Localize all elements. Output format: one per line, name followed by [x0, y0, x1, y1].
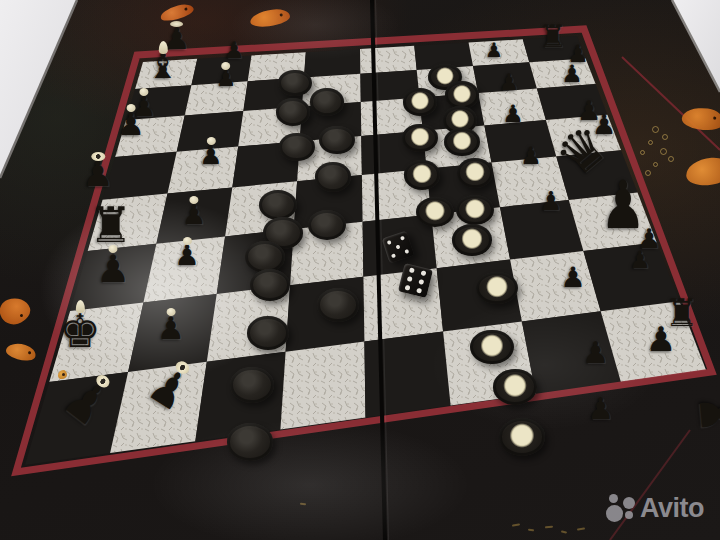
painted-bubble — [648, 140, 653, 145]
avito-watermark: Avito — [602, 492, 720, 534]
ivory-finial — [76, 300, 85, 313]
piece-glyph: ♟ — [224, 39, 245, 62]
piece-glyph: ♟ — [216, 67, 237, 90]
piece-glyph: ♟ — [174, 242, 199, 270]
pawn-piece[interactable]: ♟ — [560, 264, 585, 292]
ivory-finial — [166, 308, 175, 316]
bishop-piece[interactable]: ♝ — [147, 49, 178, 84]
checker-disc-dark-b2[interactable] — [247, 316, 290, 350]
checker-disc-dark-c5[interactable] — [279, 133, 315, 162]
painted-bubble — [645, 170, 651, 176]
piece-glyph: ♝ — [147, 49, 178, 84]
piece-glyph: ♟ — [157, 313, 185, 344]
fish-eye — [184, 7, 188, 11]
painted-bubble — [652, 126, 659, 133]
die-pip — [404, 284, 410, 290]
square-d1[interactable] — [280, 342, 365, 430]
checker-disc-dark-b3[interactable] — [245, 241, 285, 273]
checker-disc-ivory-g6[interactable] — [445, 81, 479, 108]
piece-glyph: ♟ — [588, 394, 615, 424]
pawn-piece[interactable]: ♟ — [646, 322, 676, 356]
piece-glyph: ♟ — [82, 157, 113, 192]
checker-disc-ivory-h1-margin[interactable] — [499, 418, 546, 455]
avito-watermark-text: Avito — [640, 493, 704, 524]
pawn-piece[interactable]: ♟ — [583, 338, 610, 368]
checker-disc-ivory-f3[interactable] — [452, 224, 491, 255]
square-e8[interactable] — [360, 46, 417, 74]
pawn-piece[interactable]: ♟ — [520, 144, 542, 168]
die-pip — [418, 279, 424, 285]
piece-glyph: ♟ — [646, 322, 676, 356]
fish-eye — [279, 13, 282, 16]
piece-glyph: ♟ — [117, 109, 145, 140]
square-d8[interactable] — [304, 49, 360, 78]
die-pip — [400, 235, 405, 240]
die-showing-6[interactable] — [397, 262, 432, 297]
piece-glyph: ♟ — [583, 338, 610, 368]
painted-bubble — [660, 148, 667, 155]
pawn-piece[interactable]: ♟ — [174, 242, 199, 270]
ivory-finial — [190, 196, 199, 204]
margin-pinstripe — [622, 57, 720, 150]
ivory-finial — [207, 137, 216, 145]
painted-bubble — [662, 134, 668, 140]
checker-disc-dark-c1[interactable] — [230, 367, 275, 403]
checker-disc-dark-d7[interactable] — [310, 88, 344, 115]
checker-disc-ivory-e3[interactable] — [416, 197, 454, 228]
piece-glyph: ♜ — [89, 201, 133, 250]
avito-logo-circle — [625, 511, 633, 519]
pawn-piece[interactable]: ♟ — [629, 248, 651, 272]
fish-eye — [27, 351, 31, 355]
board-photo-scene: ♟♝♟♟♟♜♟♚♟♟♟♟♟♟♟♟♟♟♟♟♟♟♟♟♜♟♟♟♟♛♟♟♟♜♟♟ Avi… — [0, 0, 720, 540]
die-pip — [391, 254, 396, 259]
checker-disc-dark-d2[interactable] — [317, 288, 359, 321]
piece-glyph: ♟ — [520, 144, 542, 168]
square-a5[interactable] — [103, 152, 177, 200]
die-pip — [395, 244, 400, 249]
ivory-finial — [108, 245, 117, 253]
piece-glyph: ♟ — [199, 142, 222, 168]
bottle-piece[interactable]: ♟ — [690, 393, 720, 434]
fish-eye — [714, 116, 717, 119]
ivory-finial — [158, 41, 167, 54]
fish-eye — [20, 314, 24, 318]
piece-glyph: ♟ — [502, 102, 524, 126]
pawn-piece[interactable]: ♟ — [157, 313, 185, 344]
die-pip — [408, 267, 414, 273]
pawn-piece[interactable]: ♟ — [499, 71, 520, 94]
piece-glyph: ♟ — [561, 62, 583, 86]
tower-piece[interactable]: ♜ — [89, 201, 133, 250]
goldfish-painting — [58, 370, 67, 379]
gold-script-mark — [300, 503, 306, 506]
pawn-piece[interactable]: ♟ — [96, 250, 130, 288]
ivory-finial — [182, 237, 191, 245]
piece-glyph: ♟ — [182, 201, 206, 228]
checker-disc-ivory-e5[interactable] — [402, 124, 438, 152]
piece-glyph: ♟ — [629, 248, 651, 272]
painted-bubble — [653, 162, 658, 167]
piece-glyph: ♟ — [539, 188, 562, 214]
pawn-piece[interactable]: ♟ — [216, 67, 237, 90]
piece-glyph: ♜ — [539, 21, 567, 52]
ivory-finial — [140, 88, 149, 96]
checker-disc-dark-d4[interactable] — [315, 162, 352, 192]
avito-logo-circle — [623, 497, 635, 509]
pawn-piece[interactable]: ♟ — [502, 102, 524, 126]
pawn-piece[interactable]: ♟ — [182, 201, 206, 228]
piece-glyph: ♟ — [96, 250, 130, 288]
piece-glyph: ♟ — [690, 393, 720, 434]
avito-logo-circle — [606, 505, 623, 522]
piece-glyph: ♟ — [560, 264, 585, 292]
checker-disc-ivory-e6[interactable] — [403, 88, 437, 115]
die-pip — [406, 275, 412, 281]
pawn-piece[interactable]: ♟ — [224, 39, 245, 62]
tower-piece[interactable]: ♜ — [539, 21, 567, 52]
checker-disc-ivory-g2[interactable] — [476, 272, 517, 305]
checker-disc-dark-c6[interactable] — [276, 98, 311, 126]
checker-disc-ivory-g3[interactable] — [456, 195, 494, 226]
fish-eye — [62, 373, 65, 376]
pawn-piece[interactable]: ♟ — [588, 394, 615, 424]
pawn-piece[interactable]: ♟ — [199, 142, 222, 168]
checker-disc-dark-b1[interactable] — [227, 423, 274, 460]
checker-disc-ivory-f1[interactable] — [470, 330, 513, 365]
checker-disc-dark-d5[interactable] — [319, 126, 355, 154]
painted-bubble — [640, 150, 645, 155]
ivory-finial — [126, 104, 135, 112]
checker-disc-ivory-g1[interactable] — [493, 369, 538, 405]
pawn-piece[interactable]: ♟ — [561, 62, 583, 86]
checker-disc-dark-c4[interactable] — [259, 190, 297, 220]
piece-glyph: ♟ — [485, 40, 503, 60]
die-pip — [420, 270, 426, 276]
ivory-finial — [91, 152, 105, 161]
pawn-piece[interactable]: ♟ — [485, 40, 503, 60]
ivory-finial — [171, 21, 184, 27]
king-piece[interactable]: ♚ — [59, 308, 100, 354]
ivory-finial — [222, 62, 231, 70]
die-pip — [416, 287, 422, 293]
pawn-piece[interactable]: ♟ — [117, 109, 145, 140]
painted-bubble — [668, 156, 674, 162]
square-e1[interactable] — [364, 332, 450, 418]
checker-disc-ivory-f4[interactable] — [457, 158, 494, 187]
pawn-piece[interactable]: ♟ — [539, 188, 562, 214]
die-pip — [405, 249, 410, 254]
pawn-piece[interactable]: ♟ — [82, 157, 113, 192]
checker-disc-ivory-f5[interactable] — [444, 128, 480, 157]
die-pip — [386, 240, 391, 245]
checker-disc-ivory-e4[interactable] — [404, 160, 441, 190]
avito-logo-circle — [609, 494, 618, 503]
piece-glyph: ♟ — [499, 71, 520, 94]
checker-disc-dark-c7[interactable] — [278, 70, 311, 97]
piece-glyph: ♚ — [59, 308, 100, 354]
